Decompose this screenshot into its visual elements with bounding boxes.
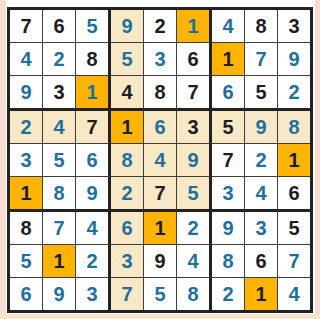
cell-r4c8[interactable]: 9 (245, 111, 278, 144)
cell-r3c7[interactable]: 6 (212, 76, 245, 111)
cell-r2c9[interactable]: 9 (278, 43, 310, 76)
cell-r8c2[interactable]: 1 (43, 245, 76, 278)
cell-r9c9[interactable]: 4 (278, 278, 310, 310)
cell-r2c2[interactable]: 2 (43, 43, 76, 76)
board-row-2: 428536179 (10, 43, 310, 76)
cell-r5c4[interactable]: 8 (111, 144, 144, 177)
cell-r7c6[interactable]: 2 (177, 212, 212, 245)
cell-r6c3[interactable]: 9 (76, 177, 111, 212)
cell-r7c4[interactable]: 6 (111, 212, 144, 245)
cell-r8c6[interactable]: 4 (177, 245, 212, 278)
cell-r5c1[interactable]: 3 (10, 144, 43, 177)
cell-r3c5[interactable]: 8 (144, 76, 177, 111)
cell-r9c5[interactable]: 5 (144, 278, 177, 310)
cell-r1c7[interactable]: 4 (212, 10, 245, 43)
cell-r7c8[interactable]: 3 (245, 212, 278, 245)
cell-r5c6[interactable]: 9 (177, 144, 212, 177)
cell-r9c8[interactable]: 1 (245, 278, 278, 310)
cell-r9c4[interactable]: 7 (111, 278, 144, 310)
cell-r7c5[interactable]: 1 (144, 212, 177, 245)
cell-r9c6[interactable]: 8 (177, 278, 212, 310)
board-row-5: 356849721 (10, 144, 310, 177)
cell-r5c5[interactable]: 4 (144, 144, 177, 177)
cell-r1c2[interactable]: 6 (43, 10, 76, 43)
board-row-6: 189275346 (10, 177, 310, 212)
cell-r6c9[interactable]: 6 (278, 177, 310, 212)
cell-r7c1[interactable]: 8 (10, 212, 43, 245)
cell-r8c5[interactable]: 9 (144, 245, 177, 278)
cell-r2c3[interactable]: 8 (76, 43, 111, 76)
cell-r5c3[interactable]: 6 (76, 144, 111, 177)
cell-r8c3[interactable]: 2 (76, 245, 111, 278)
cell-r2c8[interactable]: 7 (245, 43, 278, 76)
board-row-8: 512394867 (10, 245, 310, 278)
cell-r6c8[interactable]: 4 (245, 177, 278, 212)
cell-r7c9[interactable]: 5 (278, 212, 310, 245)
cell-r3c6[interactable]: 7 (177, 76, 212, 111)
cell-r3c3[interactable]: 1 (76, 76, 111, 111)
cell-r8c9[interactable]: 7 (278, 245, 310, 278)
cell-r5c8[interactable]: 2 (245, 144, 278, 177)
cell-r9c3[interactable]: 3 (76, 278, 111, 310)
board-row-4: 247163598 (10, 111, 310, 144)
cell-r1c8[interactable]: 8 (245, 10, 278, 43)
cell-r8c8[interactable]: 6 (245, 245, 278, 278)
cell-r7c3[interactable]: 4 (76, 212, 111, 245)
cell-r6c2[interactable]: 8 (43, 177, 76, 212)
cell-r6c4[interactable]: 2 (111, 177, 144, 212)
cell-r6c6[interactable]: 5 (177, 177, 212, 212)
cell-r5c2[interactable]: 5 (43, 144, 76, 177)
cell-r2c4[interactable]: 5 (111, 43, 144, 76)
cell-r3c8[interactable]: 5 (245, 76, 278, 111)
cell-r4c1[interactable]: 2 (10, 111, 43, 144)
cell-r9c1[interactable]: 6 (10, 278, 43, 310)
page-edge-tint-bottom (0, 314, 320, 319)
cell-r3c9[interactable]: 2 (278, 76, 310, 111)
cell-r8c4[interactable]: 3 (111, 245, 144, 278)
cell-r8c7[interactable]: 8 (212, 245, 245, 278)
cell-r6c5[interactable]: 7 (144, 177, 177, 212)
cell-r1c1[interactable]: 7 (10, 10, 43, 43)
cell-r4c2[interactable]: 4 (43, 111, 76, 144)
cell-r7c7[interactable]: 9 (212, 212, 245, 245)
cell-r4c7[interactable]: 5 (212, 111, 245, 144)
cell-r6c1[interactable]: 1 (10, 177, 43, 212)
cell-r5c7[interactable]: 7 (212, 144, 245, 177)
cell-r9c7[interactable]: 2 (212, 278, 245, 310)
page-edge-tint-left (0, 0, 6, 319)
board-row-1: 765921483 (10, 10, 310, 43)
cell-r4c5[interactable]: 6 (144, 111, 177, 144)
cell-r7c2[interactable]: 7 (43, 212, 76, 245)
cell-r2c6[interactable]: 6 (177, 43, 212, 76)
cell-r1c4[interactable]: 9 (111, 10, 144, 43)
cell-r1c3[interactable]: 5 (76, 10, 111, 43)
cell-r1c9[interactable]: 3 (278, 10, 310, 43)
cell-r6c7[interactable]: 3 (212, 177, 245, 212)
cell-r1c5[interactable]: 2 (144, 10, 177, 43)
cell-r9c2[interactable]: 9 (43, 278, 76, 310)
cell-r4c4[interactable]: 1 (111, 111, 144, 144)
cell-r5c9[interactable]: 1 (278, 144, 310, 177)
board-row-7: 874612935 (10, 212, 310, 245)
cell-r3c1[interactable]: 9 (10, 76, 43, 111)
cell-r3c4[interactable]: 4 (111, 76, 144, 111)
cell-r2c7[interactable]: 1 (212, 43, 245, 76)
cell-r8c1[interactable]: 5 (10, 245, 43, 278)
cell-r2c1[interactable]: 4 (10, 43, 43, 76)
board-row-3: 931487652 (10, 76, 310, 111)
cell-r2c5[interactable]: 3 (144, 43, 177, 76)
cell-r4c6[interactable]: 3 (177, 111, 212, 144)
sudoku-board: 7659214834285361799314876522471635983568… (7, 7, 313, 313)
cell-r1c6[interactable]: 1 (177, 10, 212, 43)
page-edge-tint-right (315, 0, 320, 319)
cell-r4c9[interactable]: 8 (278, 111, 310, 144)
cell-r3c2[interactable]: 3 (43, 76, 76, 111)
cell-r4c3[interactable]: 7 (76, 111, 111, 144)
board-row-9: 693758214 (10, 278, 310, 310)
